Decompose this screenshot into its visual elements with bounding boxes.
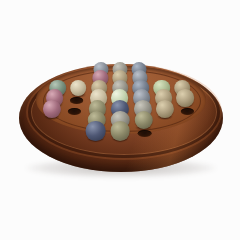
void-6-6 — [181, 121, 205, 140]
empty-hole — [137, 130, 151, 137]
cell-r6c2 — [83, 121, 107, 140]
void-6-0 — [35, 121, 59, 140]
hole-r6c4[interactable] — [132, 121, 156, 140]
olive-marble[interactable] — [110, 121, 129, 140]
void-6-1 — [59, 121, 83, 140]
peg-grid — [0, 0, 240, 240]
navy-marble[interactable] — [86, 121, 105, 140]
cell-r6c3 — [108, 121, 132, 140]
photo-scene — [0, 0, 240, 240]
void-6-5 — [157, 121, 181, 140]
board-row-6 — [35, 121, 206, 140]
